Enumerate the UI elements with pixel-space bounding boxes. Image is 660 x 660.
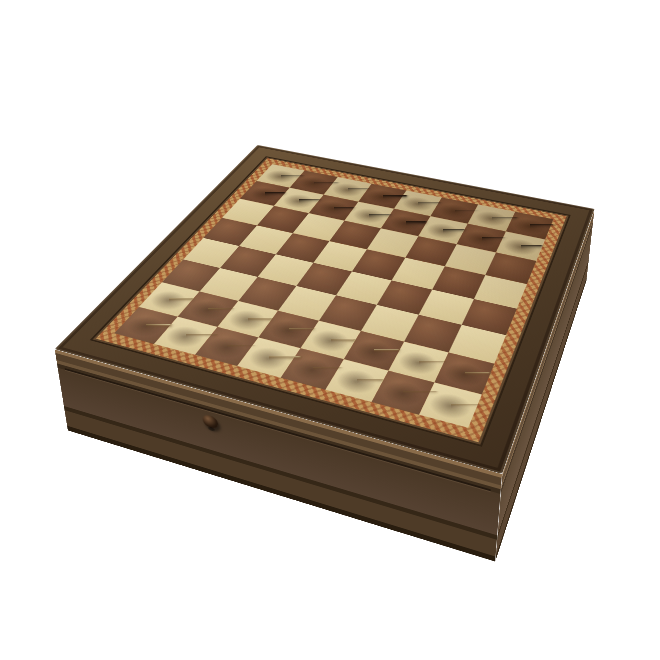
chess-set-photo: ♜♞♝♚♛♝♞♜♟♟♟♟♟♟♟♟♟♟♟♟♟♟♟♟♜♞♝♚♛♝♞♜ <box>0 0 660 660</box>
scene: ♜♞♝♚♛♝♞♜♟♟♟♟♟♟♟♟♟♟♟♟♟♟♟♟♜♞♝♚♛♝♞♜ <box>0 0 660 660</box>
piece-black-pawn: ♟ <box>488 184 553 256</box>
drawer-knob <box>202 413 218 430</box>
piece-white-rook: ♜ <box>403 314 499 420</box>
chess-board: ♜♞♝♚♛♝♞♜♟♟♟♟♟♟♟♟♟♟♟♟♟♟♟♟♜♞♝♚♛♝♞♜ <box>55 145 595 474</box>
